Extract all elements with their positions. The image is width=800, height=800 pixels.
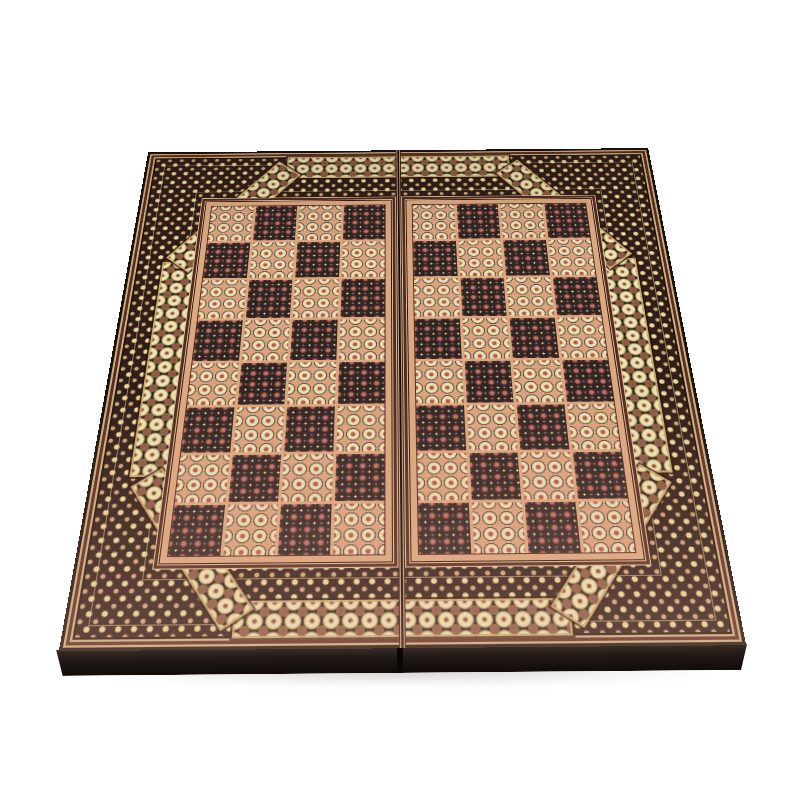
square-h5[interactable] (557, 317, 607, 357)
square-c3[interactable] (284, 407, 334, 452)
square-b7[interactable] (249, 242, 295, 278)
square-g5[interactable] (510, 318, 559, 358)
square-f2[interactable] (469, 452, 521, 500)
square-a6[interactable] (198, 280, 246, 318)
square-h2[interactable] (572, 451, 627, 499)
square-d5[interactable] (339, 319, 385, 359)
square-d7[interactable] (341, 241, 384, 277)
square-f8[interactable] (456, 204, 500, 238)
box-side-hinge-gap (397, 646, 403, 673)
square-d2[interactable] (334, 453, 384, 501)
square-a1[interactable] (168, 505, 224, 556)
square-h8[interactable] (544, 203, 590, 237)
square-e2[interactable] (417, 453, 468, 501)
square-f1[interactable] (471, 503, 525, 554)
square-g4[interactable] (513, 360, 564, 403)
square-h7[interactable] (548, 239, 595, 275)
square-b6[interactable] (245, 280, 292, 318)
square-b2[interactable] (228, 454, 281, 502)
product-photo-scene (0, 0, 800, 800)
square-g6[interactable] (506, 278, 554, 316)
square-h3[interactable] (567, 404, 621, 449)
square-d3[interactable] (336, 406, 385, 451)
square-f6[interactable] (460, 278, 506, 316)
square-g8[interactable] (500, 204, 545, 238)
right-half-grid (413, 203, 636, 554)
chessboard (59, 148, 746, 651)
square-e6[interactable] (414, 278, 459, 316)
square-c5[interactable] (290, 319, 337, 359)
square-e8[interactable] (413, 204, 456, 238)
square-c6[interactable] (293, 279, 339, 317)
square-c2[interactable] (281, 454, 333, 502)
square-g2[interactable] (521, 452, 575, 500)
square-f4[interactable] (464, 360, 513, 403)
square-b3[interactable] (233, 407, 284, 452)
square-h1[interactable] (578, 502, 635, 553)
square-b1[interactable] (223, 505, 278, 556)
square-h6[interactable] (552, 277, 601, 315)
square-f7[interactable] (458, 240, 503, 276)
square-g3[interactable] (517, 405, 569, 450)
square-f3[interactable] (466, 405, 517, 450)
square-c8[interactable] (298, 205, 341, 239)
square-d1[interactable] (333, 504, 385, 555)
square-d6[interactable] (340, 279, 385, 317)
square-b8[interactable] (253, 206, 297, 240)
square-b4[interactable] (237, 362, 287, 405)
square-c1[interactable] (278, 504, 331, 555)
square-a3[interactable] (181, 407, 234, 452)
square-e3[interactable] (416, 405, 465, 450)
square-h4[interactable] (562, 359, 614, 402)
square-a2[interactable] (175, 455, 230, 503)
square-e1[interactable] (418, 503, 471, 554)
square-d8[interactable] (342, 205, 384, 239)
board-top-face (59, 148, 746, 651)
square-c7[interactable] (295, 242, 340, 278)
square-d4[interactable] (337, 361, 384, 404)
square-a4[interactable] (187, 363, 238, 406)
square-a7[interactable] (203, 242, 250, 278)
square-g7[interactable] (503, 240, 549, 276)
square-e4[interactable] (415, 361, 463, 404)
square-e7[interactable] (413, 240, 457, 276)
square-c4[interactable] (287, 362, 336, 405)
square-b5[interactable] (241, 320, 289, 360)
square-g1[interactable] (525, 502, 581, 553)
square-a8[interactable] (208, 206, 253, 240)
square-a5[interactable] (193, 320, 243, 360)
square-f5[interactable] (462, 318, 510, 358)
left-half-grid (168, 205, 385, 556)
square-e5[interactable] (415, 318, 462, 358)
